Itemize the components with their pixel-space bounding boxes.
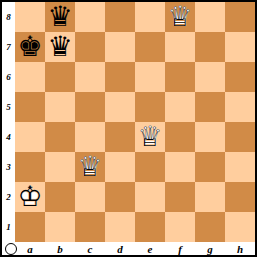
square-a7[interactable]: ♚ [15, 32, 45, 62]
square-g2[interactable] [195, 182, 225, 212]
square-f4[interactable] [165, 122, 195, 152]
black-king[interactable]: ♚ [15, 32, 45, 62]
square-d8[interactable] [105, 2, 135, 32]
rank-label-8: 8 [2, 2, 15, 32]
square-e7[interactable] [135, 32, 165, 62]
square-f1[interactable] [165, 212, 195, 242]
rank-label-1: 1 [2, 212, 15, 242]
rank-labels: 87654321 [2, 2, 15, 242]
square-e1[interactable] [135, 212, 165, 242]
turn-indicator-circle-icon [5, 243, 17, 255]
square-a1[interactable] [15, 212, 45, 242]
square-g8[interactable] [195, 2, 225, 32]
square-a3[interactable] [15, 152, 45, 182]
square-h2[interactable] [225, 182, 255, 212]
square-g3[interactable] [195, 152, 225, 182]
square-h3[interactable] [225, 152, 255, 182]
file-label-h: h [225, 242, 255, 255]
file-labels: abcdefgh [15, 242, 255, 255]
square-e5[interactable] [135, 92, 165, 122]
piece-glyph-outline: ♕ [135, 122, 165, 152]
rank-label-5: 5 [2, 92, 15, 122]
piece-glyph: ♛ [45, 2, 75, 32]
rank-label-6: 6 [2, 62, 15, 92]
square-f5[interactable] [165, 92, 195, 122]
square-b7[interactable]: ♛ [45, 32, 75, 62]
rank-label-7: 7 [2, 32, 15, 62]
square-a6[interactable] [15, 62, 45, 92]
piece-glyph-outline: ♕ [165, 2, 195, 32]
square-f6[interactable] [165, 62, 195, 92]
square-f3[interactable] [165, 152, 195, 182]
square-e2[interactable] [135, 182, 165, 212]
rank-label-4: 4 [2, 122, 15, 152]
square-c4[interactable] [75, 122, 105, 152]
square-d7[interactable] [105, 32, 135, 62]
square-a4[interactable] [15, 122, 45, 152]
square-h5[interactable] [225, 92, 255, 122]
square-c8[interactable] [75, 2, 105, 32]
square-e3[interactable] [135, 152, 165, 182]
square-e8[interactable] [135, 2, 165, 32]
square-f2[interactable] [165, 182, 195, 212]
square-d1[interactable] [105, 212, 135, 242]
square-b8[interactable]: ♛ [45, 2, 75, 32]
piece-glyph-outline: ♔ [15, 182, 45, 212]
chess-board[interactable]: ♛♛♕♚♛♛♕♛♕♚♔ [15, 2, 255, 242]
square-h4[interactable] [225, 122, 255, 152]
square-a2[interactable]: ♚♔ [15, 182, 45, 212]
rank-label-2: 2 [2, 182, 15, 212]
black-queen[interactable]: ♛ [45, 32, 75, 62]
square-b5[interactable] [45, 92, 75, 122]
square-e4[interactable]: ♛♕ [135, 122, 165, 152]
square-d2[interactable] [105, 182, 135, 212]
piece-glyph-outline: ♕ [75, 152, 105, 182]
square-f7[interactable] [165, 32, 195, 62]
piece-glyph: ♚ [15, 32, 45, 62]
file-label-f: f [165, 242, 195, 255]
square-g1[interactable] [195, 212, 225, 242]
file-label-b: b [45, 242, 75, 255]
square-b3[interactable] [45, 152, 75, 182]
square-e6[interactable] [135, 62, 165, 92]
piece-glyph: ♛ [45, 32, 75, 62]
square-h6[interactable] [225, 62, 255, 92]
file-label-d: d [105, 242, 135, 255]
square-g4[interactable] [195, 122, 225, 152]
square-h1[interactable] [225, 212, 255, 242]
square-b4[interactable] [45, 122, 75, 152]
chess-diagram: 87654321 ♛♛♕♚♛♛♕♛♕♚♔ abcdefgh [0, 0, 257, 257]
square-c7[interactable] [75, 32, 105, 62]
file-label-c: c [75, 242, 105, 255]
file-label-a: a [15, 242, 45, 255]
white-queen[interactable]: ♛♕ [165, 2, 195, 32]
square-f8[interactable]: ♛♕ [165, 2, 195, 32]
file-label-e: e [135, 242, 165, 255]
square-b6[interactable] [45, 62, 75, 92]
white-queen[interactable]: ♛♕ [75, 152, 105, 182]
square-g5[interactable] [195, 92, 225, 122]
square-c2[interactable] [75, 182, 105, 212]
square-g6[interactable] [195, 62, 225, 92]
square-b1[interactable] [45, 212, 75, 242]
white-queen[interactable]: ♛♕ [135, 122, 165, 152]
square-h7[interactable] [225, 32, 255, 62]
black-queen[interactable]: ♛ [45, 2, 75, 32]
square-b2[interactable] [45, 182, 75, 212]
white-king[interactable]: ♚♔ [15, 182, 45, 212]
square-c6[interactable] [75, 62, 105, 92]
square-c3[interactable]: ♛♕ [75, 152, 105, 182]
square-a5[interactable] [15, 92, 45, 122]
square-d6[interactable] [105, 62, 135, 92]
square-d4[interactable] [105, 122, 135, 152]
square-c5[interactable] [75, 92, 105, 122]
square-h8[interactable] [225, 2, 255, 32]
square-c1[interactable] [75, 212, 105, 242]
square-g7[interactable] [195, 32, 225, 62]
file-label-g: g [195, 242, 225, 255]
square-d3[interactable] [105, 152, 135, 182]
square-d5[interactable] [105, 92, 135, 122]
rank-label-3: 3 [2, 152, 15, 182]
square-a8[interactable] [15, 2, 45, 32]
